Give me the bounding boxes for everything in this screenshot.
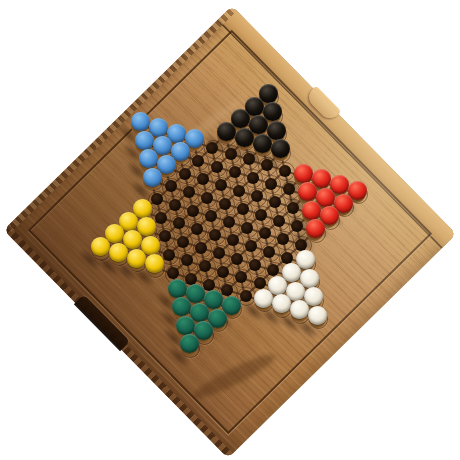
peg-color-top xyxy=(109,243,128,262)
hole-empty[interactable] xyxy=(215,179,227,191)
hole-empty[interactable] xyxy=(211,161,223,173)
photo-canvas xyxy=(0,0,460,460)
hole-empty[interactable] xyxy=(209,229,221,241)
peg-color-top xyxy=(253,134,272,153)
peg-color-top xyxy=(135,131,154,150)
hole-empty[interactable] xyxy=(201,192,213,204)
hole-empty[interactable] xyxy=(217,266,229,278)
peg-green[interactable] xyxy=(180,333,200,357)
hole-empty[interactable] xyxy=(191,223,203,235)
hole-empty[interactable] xyxy=(169,199,181,211)
peg-color-top xyxy=(139,149,158,168)
hole-empty[interactable] xyxy=(219,198,231,210)
peg-color-top xyxy=(127,249,146,268)
hole-empty[interactable] xyxy=(187,205,199,217)
peg-color-top xyxy=(176,316,195,335)
peg-color-top xyxy=(172,297,191,316)
peg-red[interactable] xyxy=(305,218,325,242)
peg-white[interactable] xyxy=(254,288,274,312)
hole-empty[interactable] xyxy=(273,215,285,227)
peg-blue[interactable] xyxy=(142,167,162,191)
peg-color-top xyxy=(298,182,317,201)
peg-color-top xyxy=(306,219,325,238)
hole-empty[interactable] xyxy=(223,216,235,228)
peg-color-top xyxy=(254,289,273,308)
peg-white[interactable] xyxy=(290,299,310,323)
hole-empty[interactable] xyxy=(233,185,245,197)
peg-white[interactable] xyxy=(272,293,292,317)
peg-color-top xyxy=(294,164,313,183)
hole-empty[interactable] xyxy=(241,222,253,234)
hole-empty[interactable] xyxy=(247,172,259,184)
board-star xyxy=(0,0,460,460)
peg-black[interactable] xyxy=(271,138,291,162)
peg-color-top xyxy=(131,112,150,131)
peg-black[interactable] xyxy=(235,127,255,151)
peg-yellow[interactable] xyxy=(127,248,147,272)
peg-black[interactable] xyxy=(216,121,236,145)
peg-white[interactable] xyxy=(308,305,328,329)
peg-black[interactable] xyxy=(253,133,273,157)
peg-yellow[interactable] xyxy=(145,253,165,277)
hole-empty[interactable] xyxy=(249,259,261,271)
peg-color-top xyxy=(143,168,162,187)
hole-empty[interactable] xyxy=(183,186,195,198)
peg-color-top xyxy=(302,201,321,220)
hole-empty[interactable] xyxy=(177,236,189,248)
peg-color-top xyxy=(235,128,254,147)
hole-empty[interactable] xyxy=(195,242,207,254)
peg-color-top xyxy=(168,279,187,298)
peg-yellow[interactable] xyxy=(91,236,111,260)
hole-empty[interactable] xyxy=(255,209,267,221)
hole-empty[interactable] xyxy=(229,166,241,178)
hole-empty[interactable] xyxy=(265,178,277,190)
peg-yellow[interactable] xyxy=(109,242,129,266)
hole-empty[interactable] xyxy=(197,173,209,185)
